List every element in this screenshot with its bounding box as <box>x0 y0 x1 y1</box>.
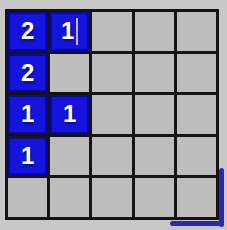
cell-r3c0[interactable]: 1 <box>8 137 47 176</box>
cell-r0c0[interactable]: 2 <box>8 12 47 51</box>
cell-r2c3[interactable] <box>135 95 174 134</box>
grid-resize-handle-horizontal[interactable] <box>170 221 224 226</box>
cell-r1c2[interactable] <box>92 54 131 93</box>
cell-r3c1[interactable] <box>50 137 89 176</box>
cell-r4c2[interactable] <box>92 178 131 217</box>
cell-r0c3[interactable] <box>135 12 174 51</box>
grid-resize-handle-vertical[interactable] <box>219 168 224 227</box>
cell-r4c4[interactable] <box>177 178 216 217</box>
cell-r1c0[interactable]: 2 <box>8 54 47 93</box>
cell-r3c4[interactable] <box>177 137 216 176</box>
cell-r1c1[interactable] <box>50 54 89 93</box>
cell-r1c3[interactable] <box>135 54 174 93</box>
cell-r2c1[interactable]: 1 <box>50 95 89 134</box>
cell-r0c2[interactable] <box>92 12 131 51</box>
cell-r1c4[interactable] <box>177 54 216 93</box>
cell-r2c4[interactable] <box>177 95 216 134</box>
cell-r3c3[interactable] <box>135 137 174 176</box>
cell-r4c0[interactable] <box>8 178 47 217</box>
text-caret <box>76 18 78 45</box>
puzzle-editor-canvas: 212111 <box>0 0 227 230</box>
cell-r2c0[interactable]: 1 <box>8 95 47 134</box>
cell-r4c1[interactable] <box>50 178 89 217</box>
cell-r0c4[interactable] <box>177 12 216 51</box>
cell-r4c3[interactable] <box>135 178 174 217</box>
cell-r2c2[interactable] <box>92 95 131 134</box>
cell-r0c1[interactable]: 1 <box>50 12 89 51</box>
cell-r3c2[interactable] <box>92 137 131 176</box>
puzzle-grid: 212111 <box>5 9 219 220</box>
